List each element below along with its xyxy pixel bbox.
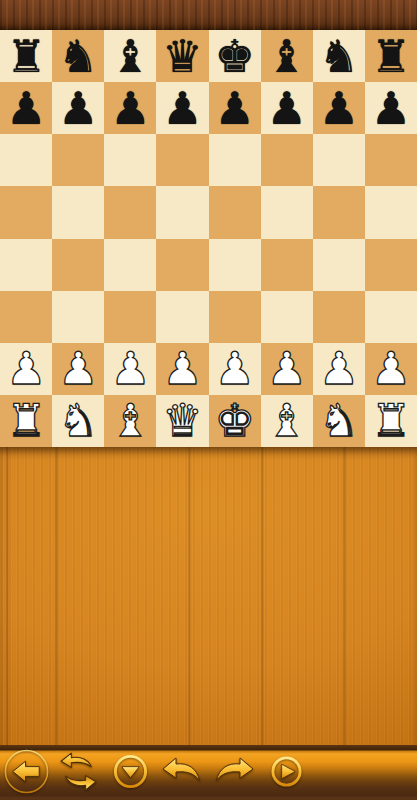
piece-white-bishop[interactable]: ♝	[110, 398, 150, 443]
square-h4[interactable]	[365, 239, 417, 291]
flip-board-button[interactable]	[52, 745, 104, 797]
piece-white-pawn[interactable]: ♟	[371, 346, 411, 391]
piece-black-knight[interactable]: ♞	[319, 34, 359, 79]
square-a4[interactable]	[0, 239, 52, 291]
piece-white-pawn[interactable]: ♟	[214, 346, 254, 391]
square-b7[interactable]: ♟	[52, 82, 104, 134]
back-button[interactable]	[0, 745, 52, 797]
square-g2[interactable]: ♟	[313, 343, 365, 395]
table-background	[0, 447, 417, 745]
square-d7[interactable]: ♟	[156, 82, 208, 134]
piece-black-pawn[interactable]: ♟	[6, 86, 46, 131]
piece-black-bishop[interactable]: ♝	[267, 34, 307, 79]
play-circle-icon	[270, 755, 303, 788]
square-h3[interactable]	[365, 291, 417, 343]
piece-white-knight[interactable]: ♞	[319, 398, 359, 443]
square-f6[interactable]	[261, 134, 313, 186]
piece-white-pawn[interactable]: ♟	[110, 346, 150, 391]
square-h6[interactable]	[365, 134, 417, 186]
chess-board: ♜♞♝♛♚♝♞♜♟♟♟♟♟♟♟♟♟♟♟♟♟♟♟♟♜♞♝♛♚♝♞♜	[0, 30, 417, 447]
square-h5[interactable]	[365, 186, 417, 238]
piece-black-knight[interactable]: ♞	[58, 34, 98, 79]
piece-white-pawn[interactable]: ♟	[162, 346, 202, 391]
play-button[interactable]	[260, 745, 312, 797]
square-d5[interactable]	[156, 186, 208, 238]
square-c5[interactable]	[104, 186, 156, 238]
square-f8[interactable]: ♝	[261, 30, 313, 82]
square-a3[interactable]	[0, 291, 52, 343]
square-f7[interactable]: ♟	[261, 82, 313, 134]
square-d4[interactable]	[156, 239, 208, 291]
square-c2[interactable]: ♟	[104, 343, 156, 395]
square-b3[interactable]	[52, 291, 104, 343]
square-g5[interactable]	[313, 186, 365, 238]
square-b2[interactable]: ♟	[52, 343, 104, 395]
square-h8[interactable]: ♜	[365, 30, 417, 82]
piece-black-pawn[interactable]: ♟	[162, 86, 202, 131]
square-f3[interactable]	[261, 291, 313, 343]
square-d6[interactable]	[156, 134, 208, 186]
curved-arrow-right-icon	[213, 756, 255, 786]
arrow-left-circle-icon	[3, 748, 50, 795]
piece-white-queen[interactable]: ♛	[162, 398, 202, 443]
square-e6[interactable]	[209, 134, 261, 186]
piece-black-queen[interactable]: ♛	[162, 34, 202, 79]
piece-white-pawn[interactable]: ♟	[6, 346, 46, 391]
undo-move-button[interactable]	[156, 745, 208, 797]
piece-black-pawn[interactable]: ♟	[319, 86, 359, 131]
square-h2[interactable]: ♟	[365, 343, 417, 395]
square-a1[interactable]: ♜	[0, 395, 52, 447]
square-a7[interactable]: ♟	[0, 82, 52, 134]
piece-black-king[interactable]: ♚	[214, 34, 254, 79]
piece-white-pawn[interactable]: ♟	[267, 346, 307, 391]
piece-black-bishop[interactable]: ♝	[110, 34, 150, 79]
piece-white-pawn[interactable]: ♟	[319, 346, 359, 391]
square-e4[interactable]	[209, 239, 261, 291]
square-c1[interactable]: ♝	[104, 395, 156, 447]
square-b8[interactable]: ♞	[52, 30, 104, 82]
square-c4[interactable]	[104, 239, 156, 291]
square-h1[interactable]: ♜	[365, 395, 417, 447]
square-f1[interactable]: ♝	[261, 395, 313, 447]
square-d2[interactable]: ♟	[156, 343, 208, 395]
square-g4[interactable]	[313, 239, 365, 291]
piece-black-rook[interactable]: ♜	[371, 34, 411, 79]
hide-toolbar-button[interactable]	[104, 745, 156, 797]
top-wood-trim	[0, 0, 417, 30]
piece-black-pawn[interactable]: ♟	[58, 86, 98, 131]
square-f4[interactable]	[261, 239, 313, 291]
square-c6[interactable]	[104, 134, 156, 186]
square-e1[interactable]: ♚	[209, 395, 261, 447]
piece-black-pawn[interactable]: ♟	[214, 86, 254, 131]
piece-white-bishop[interactable]: ♝	[267, 398, 307, 443]
square-d1[interactable]: ♛	[156, 395, 208, 447]
square-g1[interactable]: ♞	[313, 395, 365, 447]
square-g8[interactable]: ♞	[313, 30, 365, 82]
piece-white-knight[interactable]: ♞	[58, 398, 98, 443]
square-a6[interactable]	[0, 134, 52, 186]
square-b5[interactable]	[52, 186, 104, 238]
square-e8[interactable]: ♚	[209, 30, 261, 82]
piece-black-rook[interactable]: ♜	[6, 34, 46, 79]
bottom-toolbar	[0, 745, 417, 800]
square-a2[interactable]: ♟	[0, 343, 52, 395]
toolbar-icons	[0, 745, 312, 797]
square-g6[interactable]	[313, 134, 365, 186]
piece-black-pawn[interactable]: ♟	[371, 86, 411, 131]
piece-white-rook[interactable]: ♜	[371, 398, 411, 443]
square-c3[interactable]	[104, 291, 156, 343]
square-g3[interactable]	[313, 291, 365, 343]
square-e5[interactable]	[209, 186, 261, 238]
chess-app-screen: ♜♞♝♛♚♝♞♜♟♟♟♟♟♟♟♟♟♟♟♟♟♟♟♟♜♞♝♛♚♝♞♜	[0, 0, 417, 800]
square-f5[interactable]	[261, 186, 313, 238]
square-b4[interactable]	[52, 239, 104, 291]
square-b6[interactable]	[52, 134, 104, 186]
square-c7[interactable]: ♟	[104, 82, 156, 134]
swap-curved-arrows-icon	[58, 750, 99, 793]
square-f2[interactable]: ♟	[261, 343, 313, 395]
square-e3[interactable]	[209, 291, 261, 343]
square-c8[interactable]: ♝	[104, 30, 156, 82]
square-a8[interactable]: ♜	[0, 30, 52, 82]
piece-black-pawn[interactable]: ♟	[110, 86, 150, 131]
piece-black-pawn[interactable]: ♟	[267, 86, 307, 131]
square-g7[interactable]: ♟	[313, 82, 365, 134]
triangle-down-circle-icon	[112, 753, 149, 790]
piece-white-pawn[interactable]: ♟	[58, 346, 98, 391]
square-e2[interactable]: ♟	[209, 343, 261, 395]
square-h7[interactable]: ♟	[365, 82, 417, 134]
square-e7[interactable]: ♟	[209, 82, 261, 134]
piece-white-king[interactable]: ♚	[214, 398, 254, 443]
square-a5[interactable]	[0, 186, 52, 238]
square-d8[interactable]: ♛	[156, 30, 208, 82]
redo-move-button[interactable]	[208, 745, 260, 797]
piece-white-rook[interactable]: ♜	[6, 398, 46, 443]
square-d3[interactable]	[156, 291, 208, 343]
square-b1[interactable]: ♞	[52, 395, 104, 447]
curved-arrow-left-icon	[161, 756, 203, 786]
